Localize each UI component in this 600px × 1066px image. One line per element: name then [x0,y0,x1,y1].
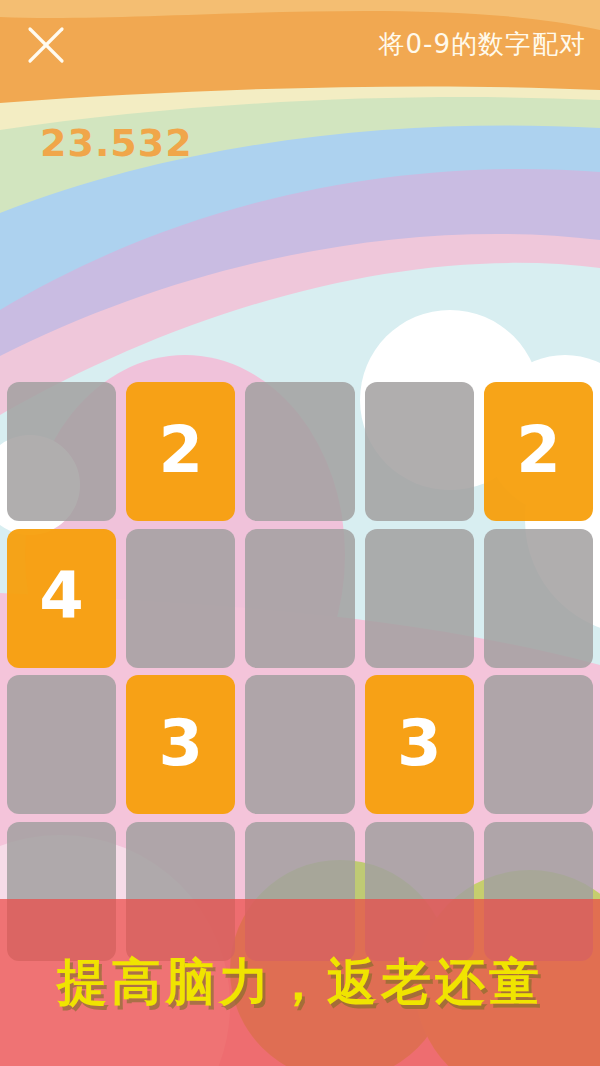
card-number: 2 [516,418,561,482]
banner-slogan: 提高脑力，返老还童 [57,949,543,1016]
card-face-up[interactable]: 2 [484,382,593,521]
timer-value: 23.532 [40,121,193,165]
close-button[interactable] [27,26,65,64]
card-number: 4 [39,564,84,628]
card-face-up[interactable]: 4 [7,529,116,668]
card-face-down[interactable] [245,675,354,814]
card-number: 2 [159,418,204,482]
card-face-up[interactable]: 2 [126,382,235,521]
card-face-down[interactable] [7,382,116,521]
game-screen: 将0-9的数字配对 23.532 22433 提高脑力，返老还童 [0,0,600,1066]
card-number: 3 [397,711,442,775]
card-grid: 22433 [0,382,600,961]
instruction-title: 将0-9的数字配对 [379,27,586,62]
card-number: 3 [159,711,204,775]
card-face-down[interactable] [484,529,593,668]
card-face-down[interactable] [7,675,116,814]
card-face-down[interactable] [126,529,235,668]
card-face-down[interactable] [365,382,474,521]
card-face-down[interactable] [245,382,354,521]
card-face-down[interactable] [245,529,354,668]
bottom-banner: 提高脑力，返老还童 [0,899,600,1066]
close-icon [27,26,65,64]
card-face-down[interactable] [365,529,474,668]
card-face-up[interactable]: 3 [365,675,474,814]
card-face-down[interactable] [484,675,593,814]
card-face-up[interactable]: 3 [126,675,235,814]
